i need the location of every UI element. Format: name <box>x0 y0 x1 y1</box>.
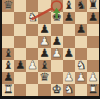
board-frame: ♛♝♞♜♞♚♟♟♟♟♟♟♝♟♟♟♝♟♟♝♞♟♛♟♟♟♜♚♞♜ <box>0 0 100 99</box>
piece-white-pawn-c3: ♟ <box>27 60 37 72</box>
square-b1[interactable] <box>14 84 26 96</box>
square-b2[interactable] <box>14 72 26 84</box>
piece-black-pawn-f4: ♟ <box>64 48 74 60</box>
square-b5[interactable] <box>14 36 26 48</box>
piece-black-queen-a8: ♛ <box>3 0 13 11</box>
square-c7[interactable]: ♞ <box>26 12 38 24</box>
square-g3[interactable]: ♞ <box>75 60 87 72</box>
square-a6[interactable] <box>2 24 14 36</box>
piece-black-rook-h8: ♜ <box>88 0 98 11</box>
square-g1[interactable] <box>75 84 87 96</box>
square-a5[interactable] <box>2 36 14 48</box>
square-c4[interactable] <box>26 48 38 60</box>
piece-white-knight-f1: ♞ <box>64 84 74 96</box>
square-e6[interactable] <box>51 24 63 36</box>
square-e3[interactable] <box>51 60 63 72</box>
square-f1[interactable]: ♞ <box>63 84 75 96</box>
square-f6[interactable] <box>63 24 75 36</box>
square-b8[interactable] <box>14 0 26 12</box>
piece-black-bishop-a3: ♝ <box>3 60 13 72</box>
piece-black-pawn-d4: ♟ <box>39 48 49 60</box>
square-h3[interactable] <box>87 60 99 72</box>
square-e5[interactable]: ♟ <box>51 36 63 48</box>
square-f5[interactable] <box>63 36 75 48</box>
square-c5[interactable] <box>26 36 38 48</box>
piece-white-pawn-h2: ♟ <box>88 72 98 84</box>
square-a4[interactable]: ♝ <box>2 48 14 60</box>
square-g2[interactable]: ♟ <box>75 72 87 84</box>
square-c1[interactable] <box>26 84 38 96</box>
square-c6[interactable] <box>26 24 38 36</box>
square-b4[interactable] <box>14 48 26 60</box>
square-b3[interactable]: ♟ <box>14 60 26 72</box>
piece-white-pawn-e4: ♟ <box>51 48 61 60</box>
square-g8[interactable]: ♞ <box>75 0 87 12</box>
piece-white-rook-a1: ♜ <box>3 84 13 96</box>
piece-white-rook-h1: ♜ <box>88 84 98 96</box>
square-c3[interactable]: ♟ <box>26 60 38 72</box>
square-a8[interactable]: ♛ <box>2 0 14 12</box>
square-e4[interactable]: ♟ <box>51 48 63 60</box>
square-e8[interactable] <box>51 0 63 12</box>
piece-white-pawn-d5: ♟ <box>39 36 49 48</box>
square-b7[interactable] <box>14 12 26 24</box>
square-a2[interactable]: ♟ <box>2 72 14 84</box>
piece-black-pawn-b3: ♟ <box>15 60 25 72</box>
piece-black-pawn-h7: ♟ <box>88 12 98 24</box>
square-c8[interactable] <box>26 0 38 12</box>
square-b6[interactable] <box>14 24 26 36</box>
square-h4[interactable] <box>87 48 99 60</box>
square-g7[interactable] <box>75 12 87 24</box>
square-g4[interactable] <box>75 48 87 60</box>
piece-black-king-e7: ♚ <box>51 12 61 24</box>
square-e1[interactable]: ♚ <box>51 84 63 96</box>
square-f2[interactable]: ♟ <box>63 72 75 84</box>
square-h7[interactable]: ♟ <box>87 12 99 24</box>
square-f7[interactable]: ♟ <box>63 12 75 24</box>
square-h2[interactable]: ♟ <box>87 72 99 84</box>
square-f8[interactable]: ♝ <box>63 0 75 12</box>
piece-black-bishop-a4: ♝ <box>3 48 13 60</box>
square-d8[interactable] <box>38 0 50 12</box>
square-d4[interactable]: ♟ <box>38 48 50 60</box>
square-e7[interactable]: ♚ <box>51 12 63 24</box>
square-h6[interactable] <box>87 24 99 36</box>
piece-black-pawn-f7: ♟ <box>64 12 74 24</box>
piece-black-pawn-e5: ♟ <box>51 36 61 48</box>
piece-black-bishop-f8: ♝ <box>64 0 74 11</box>
square-a7[interactable] <box>2 12 14 24</box>
square-d5[interactable]: ♟ <box>38 36 50 48</box>
piece-black-knight-g8: ♞ <box>76 0 86 11</box>
piece-black-pawn-a2: ♟ <box>3 72 13 84</box>
square-f4[interactable]: ♟ <box>63 48 75 60</box>
square-h5[interactable] <box>87 36 99 48</box>
square-g5[interactable] <box>75 36 87 48</box>
square-c2[interactable] <box>26 72 38 84</box>
piece-black-pawn-d6: ♟ <box>39 24 49 36</box>
piece-white-knight-c7: ♞ <box>27 12 37 24</box>
piece-white-pawn-f2: ♟ <box>64 72 74 84</box>
piece-white-pawn-g2: ♟ <box>76 72 86 84</box>
square-d7[interactable] <box>38 12 50 24</box>
square-d3[interactable]: ♝ <box>38 60 50 72</box>
piece-black-bishop-d3: ♝ <box>39 60 49 72</box>
square-a1[interactable]: ♜ <box>2 84 14 96</box>
square-d2[interactable]: ♛ <box>38 72 50 84</box>
square-h8[interactable]: ♜ <box>87 0 99 12</box>
square-a3[interactable]: ♝ <box>2 60 14 72</box>
piece-white-king-e1: ♚ <box>51 84 61 96</box>
square-h1[interactable]: ♜ <box>87 84 99 96</box>
square-e2[interactable] <box>51 72 63 84</box>
piece-black-pawn-g6: ♟ <box>76 24 86 36</box>
square-d6[interactable]: ♟ <box>38 24 50 36</box>
square-d1[interactable] <box>38 84 50 96</box>
piece-white-knight-g3: ♞ <box>76 60 86 72</box>
square-g6[interactable]: ♟ <box>75 24 87 36</box>
chess-board: ♛♝♞♜♞♚♟♟♟♟♟♟♝♟♟♟♝♟♟♝♞♟♛♟♟♟♜♚♞♜ <box>2 0 99 96</box>
piece-black-queen-d2: ♛ <box>39 72 49 84</box>
square-f3[interactable] <box>63 60 75 72</box>
